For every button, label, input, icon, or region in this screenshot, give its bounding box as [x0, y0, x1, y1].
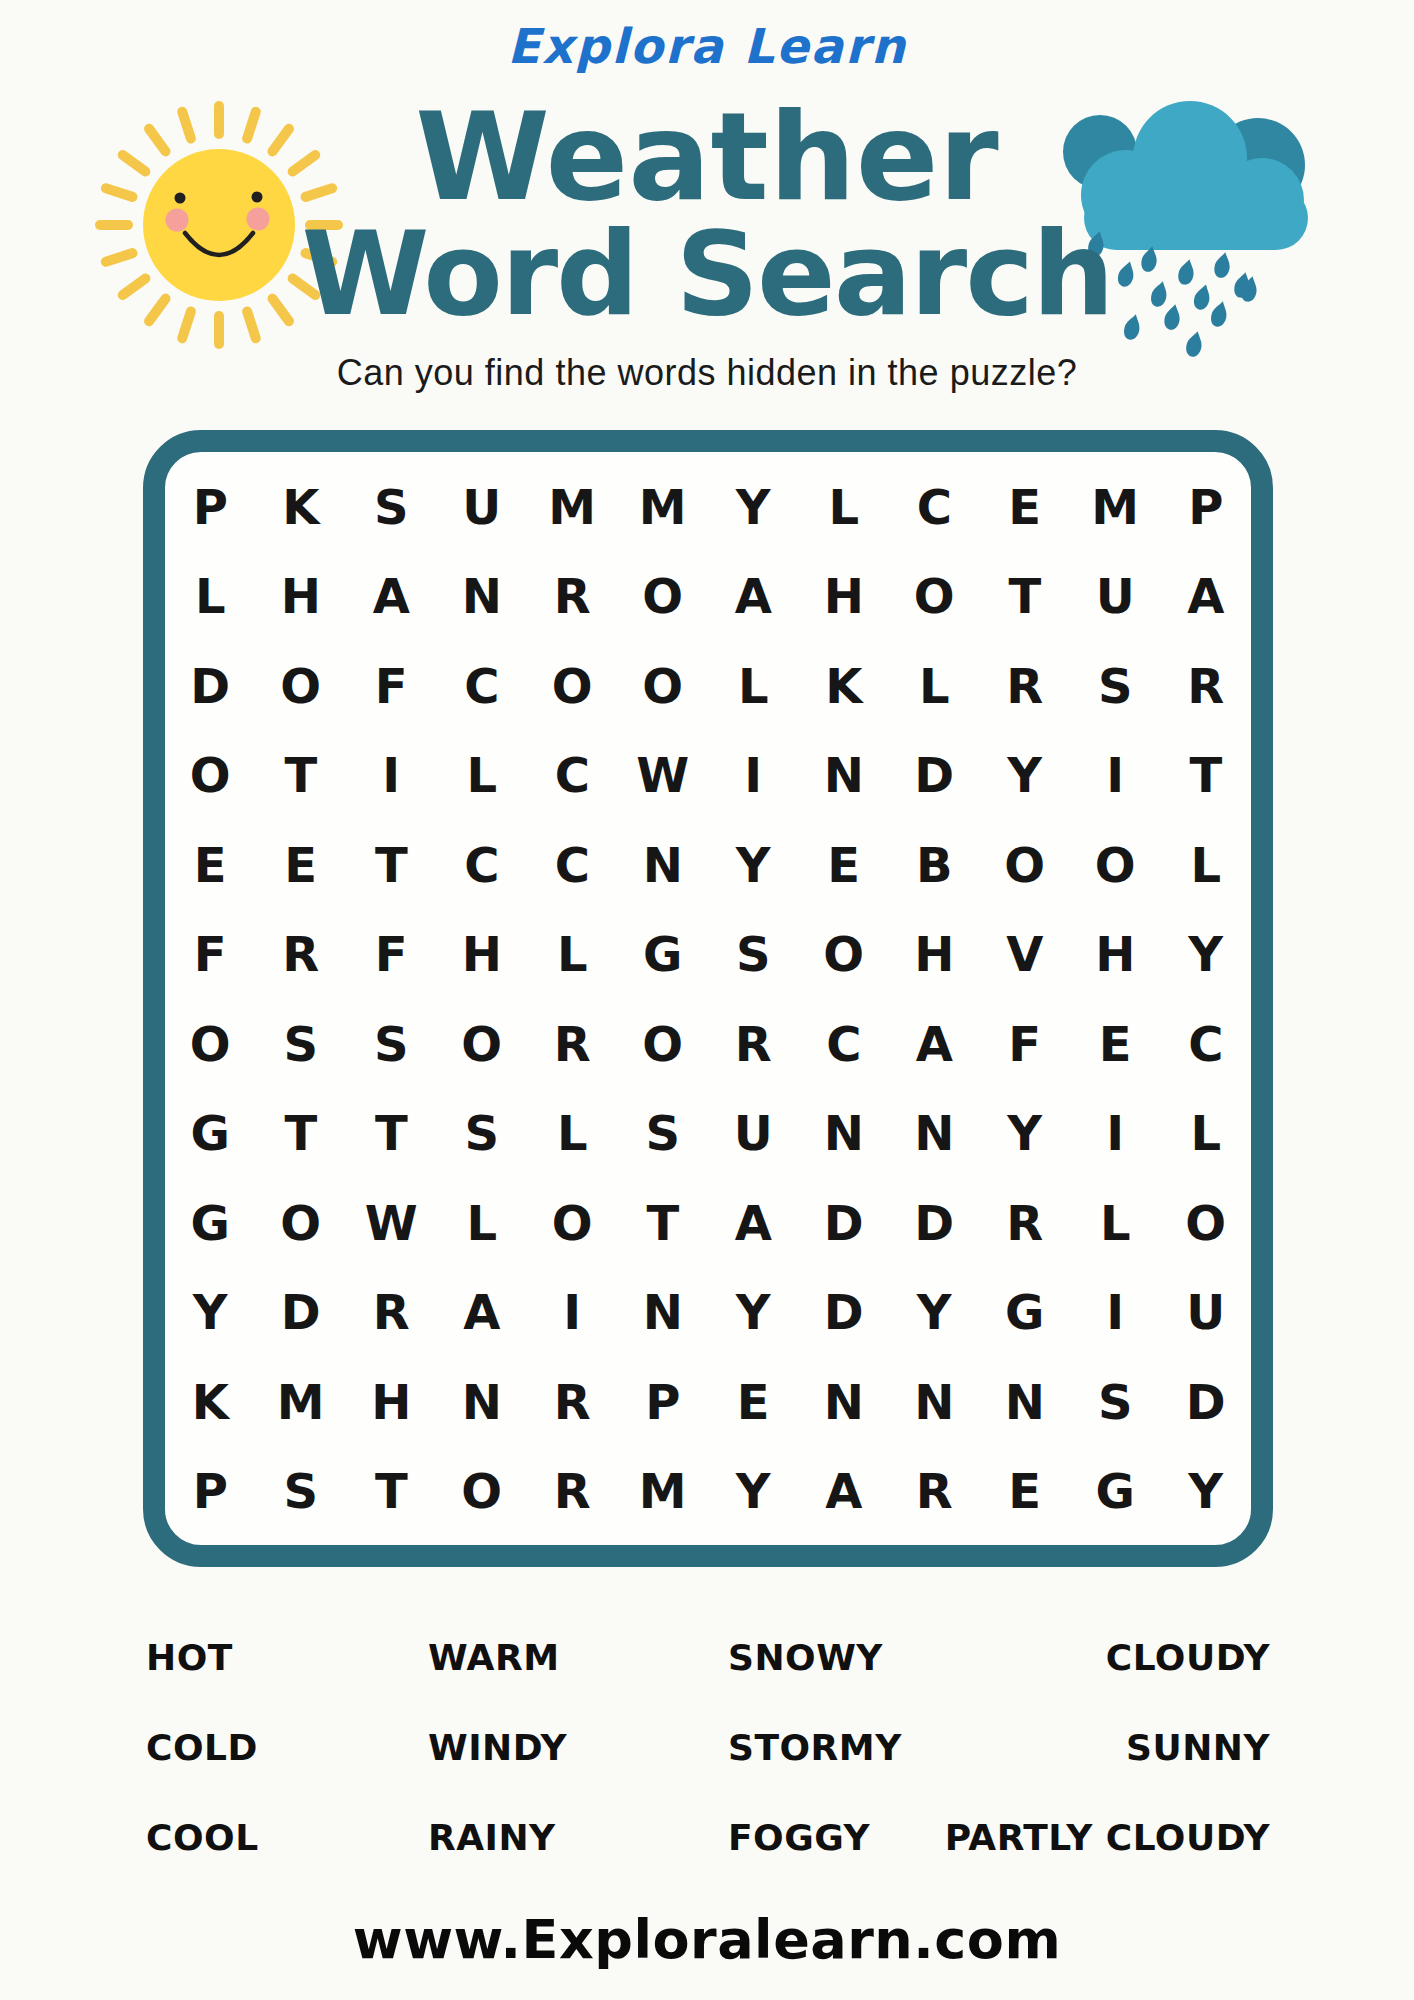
- grid-cell-r11c10: N: [980, 1357, 1071, 1447]
- grid-cell-r10c5: I: [527, 1268, 618, 1358]
- grid-cell-r10c1: Y: [165, 1268, 256, 1358]
- grid-cell-r11c7: E: [708, 1357, 799, 1447]
- grid-cell-r1c11: M: [1070, 462, 1161, 552]
- grid-cell-r6c10: V: [980, 910, 1071, 1000]
- grid-cell-r10c2: D: [256, 1268, 347, 1358]
- footer-url: www.Exploralearn.com: [0, 1908, 1414, 1971]
- grid-cell-r8c8: N: [799, 1089, 890, 1179]
- grid-cell-r12c11: G: [1070, 1447, 1161, 1537]
- grid-cell-r8c12: L: [1161, 1089, 1252, 1179]
- grid-cell-r6c1: F: [165, 910, 256, 1000]
- grid-cell-r11c3: H: [346, 1357, 437, 1447]
- grid-cell-r8c2: T: [256, 1089, 347, 1179]
- grid-cell-r12c4: O: [437, 1447, 528, 1537]
- grid-cell-r3c10: R: [980, 641, 1071, 731]
- grid-cell-r7c3: S: [346, 999, 437, 1089]
- grid-cell-r10c6: N: [618, 1268, 709, 1358]
- grid-cell-r5c3: T: [346, 820, 437, 910]
- grid-cell-r3c5: O: [527, 641, 618, 731]
- grid-cell-r9c7: A: [708, 1178, 799, 1268]
- grid-cell-r11c8: N: [799, 1357, 890, 1447]
- grid-cell-r4c6: W: [618, 731, 709, 821]
- grid-cell-r9c4: L: [437, 1178, 528, 1268]
- grid-cell-r2c11: U: [1070, 552, 1161, 642]
- word-stormy: STORMY: [728, 1727, 945, 1768]
- grid-cell-r6c7: S: [708, 910, 799, 1000]
- grid-cell-r5c7: Y: [708, 820, 799, 910]
- grid-cell-r2c10: T: [980, 552, 1071, 642]
- subtitle: Can you find the words hidden in the puz…: [0, 352, 1414, 394]
- grid-cell-r10c4: A: [437, 1268, 528, 1358]
- title-line-1: Weather: [0, 96, 1414, 218]
- grid-cell-r4c8: N: [799, 731, 890, 821]
- grid-cell-r9c8: D: [799, 1178, 890, 1268]
- grid-cell-r8c11: I: [1070, 1089, 1161, 1179]
- grid-cell-r11c1: K: [165, 1357, 256, 1447]
- grid-cell-r3c2: O: [256, 641, 347, 731]
- grid-cell-r11c5: R: [527, 1357, 618, 1447]
- grid-cell-r8c5: L: [527, 1089, 618, 1179]
- grid-cell-r5c12: L: [1161, 820, 1252, 910]
- grid-cell-r5c9: B: [889, 820, 980, 910]
- word-partly-cloudy: PARTLY CLOUDY: [945, 1817, 1270, 1858]
- grid-cell-r8c9: N: [889, 1089, 980, 1179]
- grid-cell-r7c12: C: [1161, 999, 1252, 1089]
- grid-cell-r3c9: L: [889, 641, 980, 731]
- grid-cell-r6c5: L: [527, 910, 618, 1000]
- word-bank: HOTWARMSNOWYCLOUDYCOLDWINDYSTORMYSUNNYCO…: [146, 1612, 1270, 1882]
- word-hot: HOT: [146, 1637, 428, 1678]
- grid-cell-r4c7: I: [708, 731, 799, 821]
- grid-cell-r7c10: F: [980, 999, 1071, 1089]
- grid-cell-r3c12: R: [1161, 641, 1252, 731]
- grid-cell-r10c10: G: [980, 1268, 1071, 1358]
- grid-cell-r2c12: A: [1161, 552, 1252, 642]
- grid-cell-r1c5: M: [527, 462, 618, 552]
- word-grid: PKSUMMYLCEMPLHANROAHOTUADOFCOOLKLRSROTIL…: [165, 452, 1251, 1545]
- word-cool: COOL: [146, 1817, 428, 1858]
- grid-cell-r9c11: L: [1070, 1178, 1161, 1268]
- grid-cell-r8c7: U: [708, 1089, 799, 1179]
- grid-cell-r1c9: C: [889, 462, 980, 552]
- grid-cell-r1c8: L: [799, 462, 890, 552]
- grid-cell-r11c11: S: [1070, 1357, 1161, 1447]
- grid-cell-r11c2: M: [256, 1357, 347, 1447]
- grid-cell-r3c3: F: [346, 641, 437, 731]
- grid-cell-r6c3: F: [346, 910, 437, 1000]
- grid-cell-r3c8: K: [799, 641, 890, 731]
- grid-cell-r5c11: O: [1070, 820, 1161, 910]
- grid-cell-r2c9: O: [889, 552, 980, 642]
- grid-cell-r9c6: T: [618, 1178, 709, 1268]
- grid-cell-r4c12: T: [1161, 731, 1252, 821]
- grid-cell-r4c5: C: [527, 731, 618, 821]
- word-rainy: RAINY: [428, 1817, 728, 1858]
- grid-cell-r4c2: T: [256, 731, 347, 821]
- grid-cell-r5c5: C: [527, 820, 618, 910]
- grid-cell-r5c1: E: [165, 820, 256, 910]
- grid-cell-r12c1: P: [165, 1447, 256, 1537]
- grid-cell-r3c7: L: [708, 641, 799, 731]
- grid-cell-r7c4: O: [437, 999, 528, 1089]
- grid-cell-r12c2: S: [256, 1447, 347, 1537]
- grid-cell-r8c4: S: [437, 1089, 528, 1179]
- word-search-board: PKSUMMYLCEMPLHANROAHOTUADOFCOOLKLRSROTIL…: [143, 430, 1273, 1567]
- grid-cell-r11c12: D: [1161, 1357, 1252, 1447]
- grid-cell-r7c1: O: [165, 999, 256, 1089]
- word-windy: WINDY: [428, 1727, 728, 1768]
- grid-cell-r6c12: Y: [1161, 910, 1252, 1000]
- grid-cell-r6c4: H: [437, 910, 528, 1000]
- grid-cell-r6c6: G: [618, 910, 709, 1000]
- grid-cell-r9c1: G: [165, 1178, 256, 1268]
- grid-cell-r6c11: H: [1070, 910, 1161, 1000]
- grid-cell-r7c2: S: [256, 999, 347, 1089]
- grid-cell-r1c3: S: [346, 462, 437, 552]
- grid-cell-r5c2: E: [256, 820, 347, 910]
- grid-cell-r2c1: L: [165, 552, 256, 642]
- grid-cell-r3c1: D: [165, 641, 256, 731]
- grid-cell-r2c5: R: [527, 552, 618, 642]
- word-cold: COLD: [146, 1727, 428, 1768]
- grid-cell-r8c10: Y: [980, 1089, 1071, 1179]
- grid-cell-r4c11: I: [1070, 731, 1161, 821]
- grid-cell-r9c9: D: [889, 1178, 980, 1268]
- grid-cell-r12c10: E: [980, 1447, 1071, 1537]
- grid-cell-r8c1: G: [165, 1089, 256, 1179]
- grid-cell-r1c1: P: [165, 462, 256, 552]
- grid-cell-r10c11: I: [1070, 1268, 1161, 1358]
- grid-cell-r2c8: H: [799, 552, 890, 642]
- grid-cell-r5c8: E: [799, 820, 890, 910]
- word-sunny: SUNNY: [945, 1727, 1270, 1768]
- grid-cell-r7c9: A: [889, 999, 980, 1089]
- grid-cell-r1c2: K: [256, 462, 347, 552]
- worksheet-page: Explora Learn: [0, 0, 1414, 2000]
- word-warm: WARM: [428, 1637, 728, 1678]
- grid-cell-r8c3: T: [346, 1089, 437, 1179]
- grid-cell-r6c2: R: [256, 910, 347, 1000]
- grid-cell-r12c6: M: [618, 1447, 709, 1537]
- grid-cell-r10c7: Y: [708, 1268, 799, 1358]
- grid-cell-r12c12: Y: [1161, 1447, 1252, 1537]
- grid-cell-r3c4: C: [437, 641, 528, 731]
- grid-cell-r4c10: Y: [980, 731, 1071, 821]
- grid-cell-r7c11: E: [1070, 999, 1161, 1089]
- grid-cell-r10c9: Y: [889, 1268, 980, 1358]
- grid-cell-r6c8: O: [799, 910, 890, 1000]
- grid-cell-r5c4: C: [437, 820, 528, 910]
- grid-cell-r7c5: R: [527, 999, 618, 1089]
- word-foggy: FOGGY: [728, 1817, 945, 1858]
- grid-cell-r12c3: T: [346, 1447, 437, 1537]
- grid-cell-r3c11: S: [1070, 641, 1161, 731]
- grid-cell-r9c2: O: [256, 1178, 347, 1268]
- word-cloudy: CLOUDY: [945, 1637, 1270, 1678]
- grid-cell-r2c4: N: [437, 552, 528, 642]
- title-line-2: Word Search: [0, 216, 1414, 332]
- grid-cell-r12c8: A: [799, 1447, 890, 1537]
- grid-cell-r7c6: O: [618, 999, 709, 1089]
- grid-cell-r9c10: R: [980, 1178, 1071, 1268]
- grid-cell-r7c7: R: [708, 999, 799, 1089]
- grid-cell-r3c6: O: [618, 641, 709, 731]
- grid-cell-r6c9: H: [889, 910, 980, 1000]
- grid-cell-r4c4: L: [437, 731, 528, 821]
- grid-cell-r11c9: N: [889, 1357, 980, 1447]
- grid-cell-r5c10: O: [980, 820, 1071, 910]
- grid-cell-r12c7: Y: [708, 1447, 799, 1537]
- grid-cell-r7c8: C: [799, 999, 890, 1089]
- grid-cell-r9c5: O: [527, 1178, 618, 1268]
- grid-cell-r4c3: I: [346, 731, 437, 821]
- grid-cell-r9c3: W: [346, 1178, 437, 1268]
- grid-cell-r10c12: U: [1161, 1268, 1252, 1358]
- grid-cell-r2c7: A: [708, 552, 799, 642]
- grid-cell-r1c10: E: [980, 462, 1071, 552]
- grid-cell-r1c4: U: [437, 462, 528, 552]
- grid-cell-r4c1: O: [165, 731, 256, 821]
- brand-logo-text: Explora Learn: [0, 18, 1414, 74]
- grid-cell-r12c9: R: [889, 1447, 980, 1537]
- grid-cell-r2c6: O: [618, 552, 709, 642]
- grid-cell-r2c2: H: [256, 552, 347, 642]
- grid-cell-r10c3: R: [346, 1268, 437, 1358]
- grid-cell-r9c12: O: [1161, 1178, 1252, 1268]
- grid-cell-r2c3: A: [346, 552, 437, 642]
- grid-cell-r12c5: R: [527, 1447, 618, 1537]
- grid-cell-r4c9: D: [889, 731, 980, 821]
- word-snowy: SNOWY: [728, 1637, 945, 1678]
- grid-cell-r5c6: N: [618, 820, 709, 910]
- grid-cell-r1c7: Y: [708, 462, 799, 552]
- grid-cell-r8c6: S: [618, 1089, 709, 1179]
- grid-cell-r11c6: P: [618, 1357, 709, 1447]
- grid-cell-r1c12: P: [1161, 462, 1252, 552]
- grid-cell-r1c6: M: [618, 462, 709, 552]
- grid-cell-r11c4: N: [437, 1357, 528, 1447]
- grid-cell-r10c8: D: [799, 1268, 890, 1358]
